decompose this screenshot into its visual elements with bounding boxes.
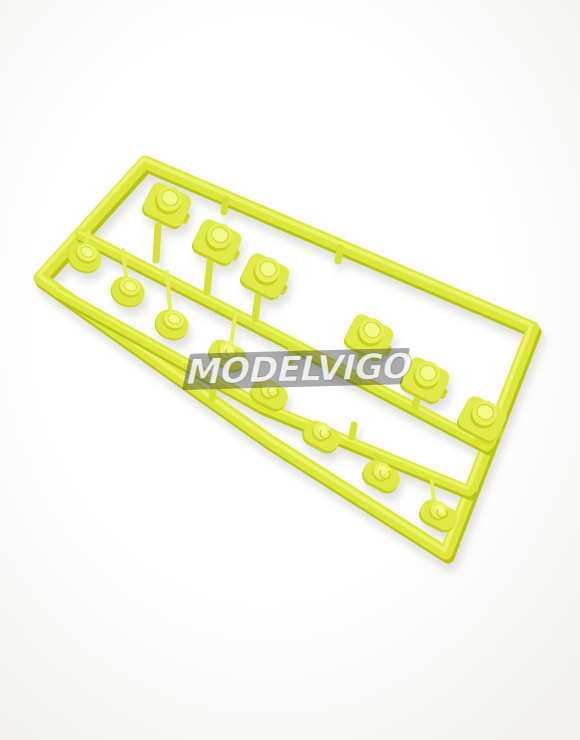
- product-photo: MODELVIGO: [0, 0, 580, 740]
- square-insert-3: [237, 249, 296, 305]
- watermark-text: MODELVIGO: [183, 346, 413, 392]
- round-insert-3: [150, 304, 193, 345]
- square-insert-2: [189, 215, 248, 270]
- round-insert-2: [106, 271, 149, 312]
- product-photo-svg: MODELVIGO: [0, 0, 580, 740]
- watermark: MODELVIGO: [181, 346, 413, 392]
